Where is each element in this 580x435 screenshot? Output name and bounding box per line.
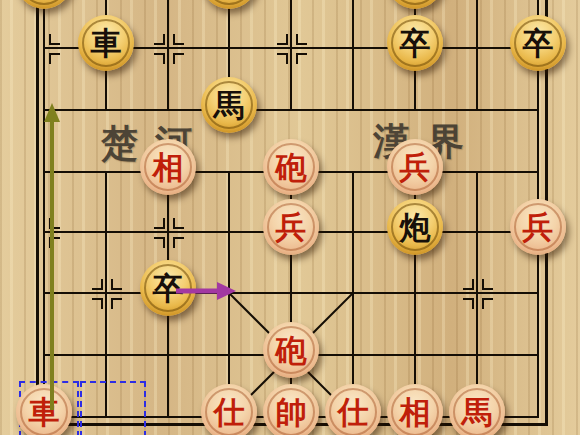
piece-red-砲[interactable]: 砲 [263,322,319,378]
position-mark [154,53,165,64]
piece-glyph: 卒 [523,28,554,59]
position-mark [49,218,60,229]
piece-red-相[interactable]: 相 [140,139,196,195]
piece-glyph: 兵 [400,152,431,183]
piece-red-兵[interactable]: 兵 [387,139,443,195]
position-mark [154,218,165,229]
piece-glyph: 相 [400,397,431,428]
grid-line-file [476,0,478,111]
grid-line-file [228,171,230,418]
position-mark [463,298,474,309]
grid-line-file [352,171,354,418]
piece-glyph: 砲 [276,335,307,366]
piece-glyph: 炮 [400,212,431,243]
position-mark [173,53,184,64]
piece-black-車[interactable]: 車 [78,15,134,71]
piece-glyph: 卒 [153,273,184,304]
piece-glyph: 車 [91,28,122,59]
piece-red-相[interactable]: 相 [387,384,443,435]
position-mark [173,34,184,45]
position-mark [111,279,122,290]
piece-black-卒[interactable]: 卒 [510,15,566,71]
position-mark [296,53,307,64]
position-mark [277,34,288,45]
grid-line-file [43,0,45,418]
position-mark [482,298,493,309]
position-mark [463,279,474,290]
board-border-left [36,0,39,425]
position-mark [49,53,60,64]
piece-glyph: 馬 [462,397,493,428]
position-mark [154,34,165,45]
position-mark [92,279,103,290]
position-mark [296,34,307,45]
position-mark [111,298,122,309]
piece-red-兵[interactable]: 兵 [263,199,319,255]
position-mark [482,279,493,290]
piece-glyph: 帥 [276,397,307,428]
piece-glyph: 馬 [214,90,245,121]
piece-glyph: 相 [153,152,184,183]
selection-box-file1 [80,381,146,435]
grid-line-file [290,0,292,111]
position-mark [277,53,288,64]
piece-red-馬[interactable]: 馬 [449,384,505,435]
grid-line-file [352,0,354,111]
piece-glyph: 仕 [338,397,369,428]
piece-black-炮[interactable]: 炮 [387,199,443,255]
piece-glyph: 兵 [523,212,554,243]
position-mark [49,237,60,248]
piece-red-車[interactable]: 車 [16,384,72,435]
piece-black-馬[interactable]: 馬 [201,77,257,133]
piece-black-卒[interactable]: 卒 [387,15,443,71]
piece-glyph: 兵 [276,212,307,243]
grid-line-file [167,0,169,111]
position-mark [154,237,165,248]
piece-glyph: 卒 [400,28,431,59]
piece-red-砲[interactable]: 砲 [263,139,319,195]
xiangqi-app-screen: 楚河 漢界 車卒卒馬相砲兵兵炮兵卒砲車仕帥仕相馬 [0,0,580,435]
piece-red-仕[interactable]: 仕 [201,384,257,435]
position-mark [173,218,184,229]
position-mark [173,237,184,248]
piece-black-卒[interactable]: 卒 [140,260,196,316]
piece-red-兵[interactable]: 兵 [510,199,566,255]
grid-line-file [476,171,478,418]
piece-glyph: 車 [29,397,60,428]
piece-red-仕[interactable]: 仕 [325,384,381,435]
position-mark [49,34,60,45]
position-mark [92,298,103,309]
piece-glyph: 仕 [214,397,245,428]
piece-red-帥[interactable]: 帥 [263,384,319,435]
piece-glyph: 砲 [276,152,307,183]
